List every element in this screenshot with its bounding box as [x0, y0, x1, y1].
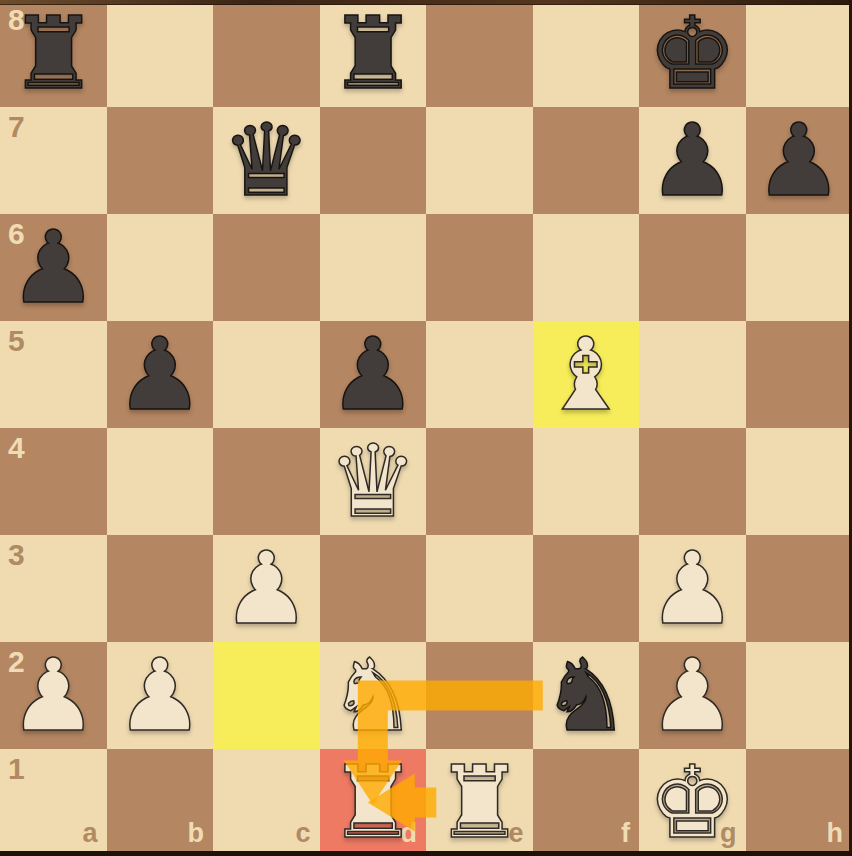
piece-black-pawn[interactable]: ♟ [320, 321, 427, 428]
board-grid: 8♜♜♚7♛♟♟6♟5♟♟♝4♛3♟♟2♟♟♞♞♟1abcd♜e♜fg♚h [0, 0, 852, 856]
square-c3[interactable]: ♟ [213, 535, 320, 642]
square-a8[interactable]: 8♜ [0, 0, 107, 107]
square-h4[interactable] [746, 428, 852, 535]
square-g1[interactable]: g♚ [639, 749, 746, 856]
piece-white-rook[interactable]: ♜ [426, 749, 533, 856]
square-b2[interactable]: ♟ [107, 642, 214, 749]
square-e2[interactable] [426, 642, 533, 749]
square-f6[interactable] [533, 214, 640, 321]
chess-board: 8♜♜♚7♛♟♟6♟5♟♟♝4♛3♟♟2♟♟♞♞♟1abcd♜e♜fg♚h [0, 0, 852, 856]
piece-white-pawn[interactable]: ♟ [639, 535, 746, 642]
square-h2[interactable] [746, 642, 852, 749]
square-e1[interactable]: e♜ [426, 749, 533, 856]
square-f1[interactable]: f [533, 749, 640, 856]
file-label-h: h [827, 820, 844, 847]
piece-white-pawn[interactable]: ♟ [639, 642, 746, 749]
square-a6[interactable]: 6♟ [0, 214, 107, 321]
file-label-c: c [295, 820, 310, 847]
file-label-a: a [82, 820, 97, 847]
piece-black-queen[interactable]: ♛ [213, 107, 320, 214]
square-h8[interactable] [746, 0, 852, 107]
square-e6[interactable] [426, 214, 533, 321]
square-d6[interactable] [320, 214, 427, 321]
square-g4[interactable] [639, 428, 746, 535]
square-g8[interactable]: ♚ [639, 0, 746, 107]
square-g7[interactable]: ♟ [639, 107, 746, 214]
square-g3[interactable]: ♟ [639, 535, 746, 642]
rank-label-1: 1 [8, 754, 25, 784]
piece-white-king[interactable]: ♚ [639, 749, 746, 856]
file-label-f: f [621, 820, 630, 847]
piece-white-bishop[interactable]: ♝ [533, 321, 640, 428]
square-d2[interactable]: ♞ [320, 642, 427, 749]
square-f2[interactable]: ♞ [533, 642, 640, 749]
square-f3[interactable] [533, 535, 640, 642]
square-g5[interactable] [639, 321, 746, 428]
rank-label-5: 5 [8, 326, 25, 356]
square-h3[interactable] [746, 535, 852, 642]
square-c4[interactable] [213, 428, 320, 535]
piece-black-pawn[interactable]: ♟ [746, 107, 852, 214]
piece-white-knight[interactable]: ♞ [320, 642, 427, 749]
square-a2[interactable]: 2♟ [0, 642, 107, 749]
square-d3[interactable] [320, 535, 427, 642]
square-b8[interactable] [107, 0, 214, 107]
piece-black-pawn[interactable]: ♟ [0, 214, 107, 321]
piece-black-pawn[interactable]: ♟ [639, 107, 746, 214]
square-a1[interactable]: 1a [0, 749, 107, 856]
square-a5[interactable]: 5 [0, 321, 107, 428]
piece-white-pawn[interactable]: ♟ [107, 642, 214, 749]
square-h5[interactable] [746, 321, 852, 428]
square-h1[interactable]: h [746, 749, 852, 856]
square-b1[interactable]: b [107, 749, 214, 856]
square-a4[interactable]: 4 [0, 428, 107, 535]
square-d8[interactable]: ♜ [320, 0, 427, 107]
piece-white-pawn[interactable]: ♟ [0, 642, 107, 749]
square-d4[interactable]: ♛ [320, 428, 427, 535]
piece-black-rook[interactable]: ♜ [320, 0, 427, 107]
square-g2[interactable]: ♟ [639, 642, 746, 749]
piece-black-rook[interactable]: ♜ [0, 0, 107, 107]
piece-black-pawn[interactable]: ♟ [107, 321, 214, 428]
square-h6[interactable] [746, 214, 852, 321]
square-c8[interactable] [213, 0, 320, 107]
square-d5[interactable]: ♟ [320, 321, 427, 428]
square-c5[interactable] [213, 321, 320, 428]
rank-label-4: 4 [8, 433, 25, 463]
square-b5[interactable]: ♟ [107, 321, 214, 428]
square-f5[interactable]: ♝ [533, 321, 640, 428]
square-d1[interactable]: d♜ [320, 749, 427, 856]
square-c7[interactable]: ♛ [213, 107, 320, 214]
file-label-b: b [188, 820, 205, 847]
square-f8[interactable] [533, 0, 640, 107]
square-b3[interactable] [107, 535, 214, 642]
square-e7[interactable] [426, 107, 533, 214]
square-a3[interactable]: 3 [0, 535, 107, 642]
square-b7[interactable] [107, 107, 214, 214]
square-h7[interactable]: ♟ [746, 107, 852, 214]
square-e3[interactable] [426, 535, 533, 642]
piece-black-knight[interactable]: ♞ [533, 642, 640, 749]
piece-black-king[interactable]: ♚ [639, 0, 746, 107]
piece-white-rook[interactable]: ♜ [320, 749, 427, 856]
square-b4[interactable] [107, 428, 214, 535]
square-d7[interactable] [320, 107, 427, 214]
rank-label-7: 7 [8, 112, 25, 142]
rank-label-3: 3 [8, 540, 25, 570]
square-c2[interactable] [213, 642, 320, 749]
piece-white-pawn[interactable]: ♟ [213, 535, 320, 642]
square-g6[interactable] [639, 214, 746, 321]
square-e4[interactable] [426, 428, 533, 535]
square-a7[interactable]: 7 [0, 107, 107, 214]
square-c6[interactable] [213, 214, 320, 321]
square-f7[interactable] [533, 107, 640, 214]
square-e8[interactable] [426, 0, 533, 107]
square-b6[interactable] [107, 214, 214, 321]
square-e5[interactable] [426, 321, 533, 428]
square-f4[interactable] [533, 428, 640, 535]
square-c1[interactable]: c [213, 749, 320, 856]
piece-white-queen[interactable]: ♛ [320, 428, 427, 535]
